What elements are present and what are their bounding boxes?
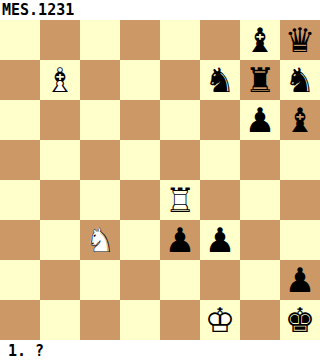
square-b2[interactable]	[40, 260, 80, 300]
square-e3[interactable]: ♟	[160, 220, 200, 260]
square-d1[interactable]	[120, 300, 160, 340]
piece-black-bishop: ♝	[240, 20, 280, 60]
piece-white-rook: ♜♖	[160, 180, 200, 220]
square-h1[interactable]: ♚	[280, 300, 320, 340]
square-g5[interactable]	[240, 140, 280, 180]
square-f4[interactable]	[200, 180, 240, 220]
piece-white-bishop: ♝♗	[40, 60, 80, 100]
square-g1[interactable]	[240, 300, 280, 340]
puzzle-id: MES.1231	[0, 0, 320, 20]
square-g8[interactable]: ♝	[240, 20, 280, 60]
piece-black-king: ♚	[280, 300, 320, 340]
square-b6[interactable]	[40, 100, 80, 140]
square-a6[interactable]	[0, 100, 40, 140]
square-h8[interactable]: ♛	[280, 20, 320, 60]
piece-white-knight: ♞♘	[80, 220, 120, 260]
square-b5[interactable]	[40, 140, 80, 180]
piece-black-pawn: ♟	[280, 260, 320, 300]
square-c6[interactable]	[80, 100, 120, 140]
square-b7[interactable]: ♝♗	[40, 60, 80, 100]
square-c5[interactable]	[80, 140, 120, 180]
piece-white-king: ♚♔	[200, 300, 240, 340]
square-b8[interactable]	[40, 20, 80, 60]
square-g2[interactable]	[240, 260, 280, 300]
square-c7[interactable]	[80, 60, 120, 100]
move-prompt: 1. ?	[0, 340, 320, 360]
square-a8[interactable]	[0, 20, 40, 60]
square-d7[interactable]	[120, 60, 160, 100]
square-e5[interactable]	[160, 140, 200, 180]
square-d3[interactable]	[120, 220, 160, 260]
square-e1[interactable]	[160, 300, 200, 340]
square-d2[interactable]	[120, 260, 160, 300]
square-g4[interactable]	[240, 180, 280, 220]
chess-board: ♝♛♝♗♞♜♞♟♝♜♖♞♘♟♟♟♚♔♚	[0, 20, 320, 340]
square-c4[interactable]	[80, 180, 120, 220]
square-e7[interactable]	[160, 60, 200, 100]
square-h5[interactable]	[280, 140, 320, 180]
piece-black-pawn: ♟	[240, 100, 280, 140]
square-d5[interactable]	[120, 140, 160, 180]
square-h3[interactable]	[280, 220, 320, 260]
square-f8[interactable]	[200, 20, 240, 60]
square-d4[interactable]	[120, 180, 160, 220]
square-c2[interactable]	[80, 260, 120, 300]
square-a2[interactable]	[0, 260, 40, 300]
piece-black-pawn: ♟	[160, 220, 200, 260]
square-c8[interactable]	[80, 20, 120, 60]
square-g6[interactable]: ♟	[240, 100, 280, 140]
piece-black-pawn: ♟	[200, 220, 240, 260]
square-b1[interactable]	[40, 300, 80, 340]
square-b4[interactable]	[40, 180, 80, 220]
square-f6[interactable]	[200, 100, 240, 140]
piece-black-knight: ♞	[280, 60, 320, 100]
square-e2[interactable]	[160, 260, 200, 300]
square-a5[interactable]	[0, 140, 40, 180]
square-g7[interactable]: ♜	[240, 60, 280, 100]
square-a1[interactable]	[0, 300, 40, 340]
square-h6[interactable]: ♝	[280, 100, 320, 140]
square-f1[interactable]: ♚♔	[200, 300, 240, 340]
square-f3[interactable]: ♟	[200, 220, 240, 260]
square-e6[interactable]	[160, 100, 200, 140]
square-c1[interactable]	[80, 300, 120, 340]
piece-black-rook: ♜	[240, 60, 280, 100]
piece-black-knight: ♞	[200, 60, 240, 100]
square-b3[interactable]	[40, 220, 80, 260]
square-g3[interactable]	[240, 220, 280, 260]
square-c3[interactable]: ♞♘	[80, 220, 120, 260]
square-a4[interactable]	[0, 180, 40, 220]
square-h7[interactable]: ♞	[280, 60, 320, 100]
square-a3[interactable]	[0, 220, 40, 260]
square-f5[interactable]	[200, 140, 240, 180]
square-d6[interactable]	[120, 100, 160, 140]
square-f7[interactable]: ♞	[200, 60, 240, 100]
square-e4[interactable]: ♜♖	[160, 180, 200, 220]
square-h4[interactable]	[280, 180, 320, 220]
square-f2[interactable]	[200, 260, 240, 300]
piece-black-bishop: ♝	[280, 100, 320, 140]
square-a7[interactable]	[0, 60, 40, 100]
square-d8[interactable]	[120, 20, 160, 60]
square-h2[interactable]: ♟	[280, 260, 320, 300]
square-e8[interactable]	[160, 20, 200, 60]
piece-black-queen: ♛	[280, 20, 320, 60]
